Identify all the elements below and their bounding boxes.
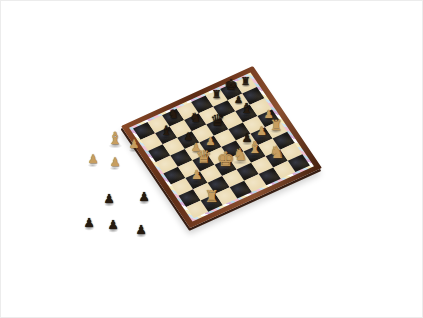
captured-white-pawn-3: ♟	[88, 154, 99, 166]
captured-black-pawn-5: ♟	[135, 224, 146, 237]
captured-black-pawn-4: ♟	[107, 219, 118, 232]
captured-white-pawn-4: ♟	[110, 157, 121, 169]
captured-black-pawn-1: ♟	[103, 193, 114, 206]
captured-black-pawn-2: ♟	[138, 191, 149, 204]
chess-set-photo: ♞♜♚♜♝♞♟♟♛♝♟♟♟♛♟♟♜♟♚♞♝♞♜♝♟♟♟♟♟♟♟♟	[0, 0, 423, 318]
captured-white-bishop-1: ♝	[107, 130, 122, 147]
board-grid	[133, 76, 310, 219]
chess-board	[121, 66, 322, 228]
captured-black-pawn-3: ♟	[83, 217, 94, 230]
